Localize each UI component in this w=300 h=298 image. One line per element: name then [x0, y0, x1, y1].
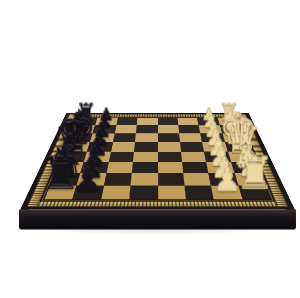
gold-greek-key-band-bottom [26, 201, 288, 207]
square[interactable]: ♟ [73, 186, 104, 200]
square[interactable] [158, 162, 184, 173]
square[interactable] [181, 152, 206, 162]
square[interactable]: ♟ [211, 186, 242, 200]
square[interactable]: ♜ [238, 186, 270, 200]
square[interactable] [158, 133, 180, 142]
square[interactable] [106, 162, 133, 173]
square[interactable] [158, 142, 181, 151]
board-scene: ♜♟♟♜♞♟♟♞♝♟♟♝♚♟♟♚♛♟♟♛♝♟♟♝♞♟♟♞♜♟♟♜ [48, 42, 267, 261]
square[interactable] [183, 173, 211, 185]
square[interactable] [101, 186, 131, 200]
square[interactable] [158, 125, 180, 133]
square[interactable] [179, 133, 202, 142]
square[interactable] [136, 125, 158, 133]
square[interactable] [113, 133, 136, 142]
square[interactable] [109, 152, 134, 162]
square[interactable] [135, 133, 157, 142]
board-side-edge-front [19, 209, 296, 229]
square[interactable] [180, 142, 204, 151]
square[interactable] [158, 173, 185, 185]
square[interactable] [104, 173, 132, 185]
square[interactable] [134, 142, 157, 151]
square[interactable] [129, 186, 157, 200]
chess-board: ♜♟♟♜♞♟♟♞♝♟♟♝♚♟♟♚♛♟♟♛♝♟♟♝♞♟♟♞♜♟♟♜ [20, 113, 294, 209]
square[interactable] [182, 162, 209, 173]
square[interactable] [111, 142, 135, 151]
square[interactable] [184, 186, 214, 200]
square[interactable] [178, 125, 200, 133]
chess-set-photo: ♜♟♟♜♞♟♟♞♝♟♟♝♚♟♟♚♛♟♟♛♝♟♟♝♞♟♟♞♜♟♟♜ [0, 0, 300, 298]
square[interactable] [133, 152, 157, 162]
square[interactable] [158, 186, 186, 200]
square[interactable] [114, 125, 136, 133]
square[interactable] [158, 118, 179, 125]
square[interactable] [116, 118, 137, 125]
square[interactable] [131, 173, 158, 185]
square[interactable] [132, 162, 158, 173]
board-squares: ♜♟♟♜♞♟♟♞♝♟♟♝♚♟♟♚♛♟♟♛♝♟♟♝♞♟♟♞♜♟♟♜ [44, 118, 270, 199]
square[interactable] [137, 118, 158, 125]
square[interactable] [158, 152, 182, 162]
piece-black-pawn[interactable]: ♟ [73, 165, 102, 196]
square[interactable] [177, 118, 198, 125]
piece-white-pawn[interactable]: ♟ [213, 165, 242, 196]
